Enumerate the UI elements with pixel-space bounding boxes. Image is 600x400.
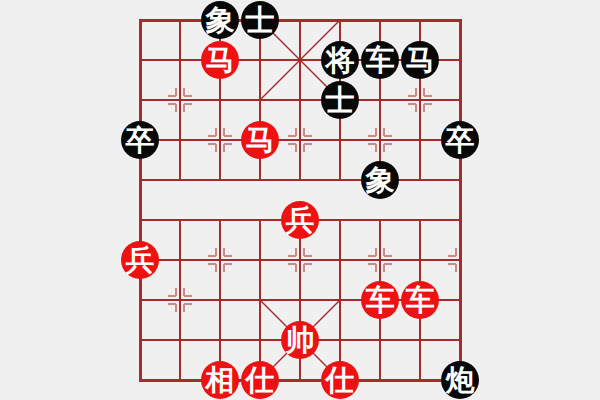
piece-black-elephant[interactable]: 象 — [201, 1, 239, 39]
piece-black-cannon[interactable]: 炮 — [441, 361, 479, 399]
piece-black-chariot[interactable]: 车 — [361, 41, 399, 79]
piece-red-general[interactable]: 帅 — [281, 321, 319, 359]
piece-black-elephant[interactable]: 象 — [361, 161, 399, 199]
piece-black-pawn[interactable]: 卒 — [441, 121, 479, 159]
piece-red-pawn[interactable]: 兵 — [281, 201, 319, 239]
piece-black-advisor[interactable]: 士 — [321, 81, 359, 119]
piece-layer: 象士马将车马士卒马卒象兵兵车车帅相仕仕炮 — [0, 0, 600, 400]
piece-red-advisor[interactable]: 仕 — [241, 361, 279, 399]
piece-red-elephant[interactable]: 相 — [201, 361, 239, 399]
piece-red-chariot[interactable]: 车 — [361, 281, 399, 319]
piece-red-pawn[interactable]: 兵 — [121, 241, 159, 279]
piece-black-pawn[interactable]: 卒 — [121, 121, 159, 159]
piece-red-horse[interactable]: 马 — [201, 41, 239, 79]
piece-black-advisor[interactable]: 士 — [241, 1, 279, 39]
piece-red-advisor[interactable]: 仕 — [321, 361, 359, 399]
piece-black-horse[interactable]: 马 — [401, 41, 439, 79]
piece-red-chariot[interactable]: 车 — [401, 281, 439, 319]
xiangqi-board: 象士马将车马士卒马卒象兵兵车车帅相仕仕炮 — [0, 0, 600, 400]
piece-red-horse[interactable]: 马 — [241, 121, 279, 159]
piece-black-general[interactable]: 将 — [321, 41, 359, 79]
